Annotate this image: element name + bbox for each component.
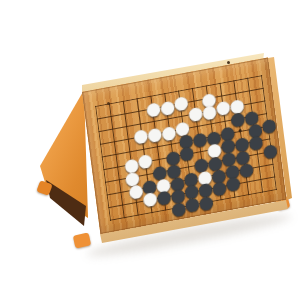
black-stone: ● <box>245 166 260 181</box>
black-stone: ● <box>207 199 222 214</box>
black-stone: ● <box>268 123 283 138</box>
star-point <box>240 128 255 143</box>
stones-layer: ●●●●●●●●●●●●●●●●●●●●●●●●●●●●●●●●●●●●●●●●… <box>95 75 277 221</box>
bottom-left-foot <box>73 232 91 248</box>
black-stone: ● <box>233 182 248 197</box>
black-stone: ● <box>271 149 286 164</box>
product-photo-go-board[interactable]: ●●●●●●●●●●●●●●●●●●●●●●●●●●●●●●●●●●●●●●●●… <box>0 0 300 300</box>
wood-knot-dot <box>107 102 110 105</box>
